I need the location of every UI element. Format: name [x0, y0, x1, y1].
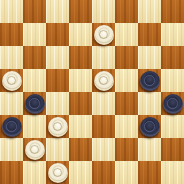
black-man[interactable] [140, 117, 160, 137]
square-r0c0 [0, 0, 23, 23]
square-r5c2[interactable] [46, 115, 69, 138]
white-man[interactable] [48, 117, 68, 137]
white-man[interactable] [25, 140, 45, 160]
square-r7c6[interactable] [138, 161, 161, 184]
square-r1c2[interactable] [46, 23, 69, 46]
square-r2c0 [0, 46, 23, 69]
square-r0c3[interactable] [69, 0, 92, 23]
square-r5c3 [69, 115, 92, 138]
square-r4c6 [138, 92, 161, 115]
square-r6c7[interactable] [161, 138, 184, 161]
square-r1c3 [69, 23, 92, 46]
square-r3c1 [23, 69, 46, 92]
square-r3c3 [69, 69, 92, 92]
square-r7c4[interactable] [92, 161, 115, 184]
square-r3c0[interactable] [0, 69, 23, 92]
square-r5c1 [23, 115, 46, 138]
square-r0c7[interactable] [161, 0, 184, 23]
square-r6c0 [0, 138, 23, 161]
square-r6c4 [92, 138, 115, 161]
square-r4c7[interactable] [161, 92, 184, 115]
white-man[interactable] [48, 163, 68, 183]
square-r5c0[interactable] [0, 115, 23, 138]
square-r4c1[interactable] [23, 92, 46, 115]
square-r6c1[interactable] [23, 138, 46, 161]
white-man[interactable] [94, 71, 114, 91]
square-r2c6 [138, 46, 161, 69]
square-r2c7[interactable] [161, 46, 184, 69]
square-r3c5 [115, 69, 138, 92]
black-man[interactable] [25, 94, 45, 114]
square-r2c3[interactable] [69, 46, 92, 69]
square-r5c4[interactable] [92, 115, 115, 138]
black-man[interactable] [163, 94, 183, 114]
square-r0c1[interactable] [23, 0, 46, 23]
square-r7c0[interactable] [0, 161, 23, 184]
square-r1c1 [23, 23, 46, 46]
square-r2c4 [92, 46, 115, 69]
square-r0c5[interactable] [115, 0, 138, 23]
square-r2c2 [46, 46, 69, 69]
square-r1c5 [115, 23, 138, 46]
square-r6c3[interactable] [69, 138, 92, 161]
square-r0c2 [46, 0, 69, 23]
square-r6c6 [138, 138, 161, 161]
black-man[interactable] [140, 71, 160, 91]
square-r3c7 [161, 69, 184, 92]
square-r7c7 [161, 161, 184, 184]
square-r4c3[interactable] [69, 92, 92, 115]
square-r7c2[interactable] [46, 161, 69, 184]
square-r3c4[interactable] [92, 69, 115, 92]
black-man[interactable] [2, 117, 22, 137]
square-r3c6[interactable] [138, 69, 161, 92]
square-r5c6[interactable] [138, 115, 161, 138]
square-r7c5 [115, 161, 138, 184]
square-r0c4 [92, 0, 115, 23]
square-r1c0[interactable] [0, 23, 23, 46]
square-r5c7 [161, 115, 184, 138]
square-r0c6 [138, 0, 161, 23]
square-r6c2 [46, 138, 69, 161]
square-r3c2[interactable] [46, 69, 69, 92]
square-r6c5[interactable] [115, 138, 138, 161]
square-r5c5 [115, 115, 138, 138]
square-r1c4[interactable] [92, 23, 115, 46]
white-man[interactable] [2, 71, 22, 91]
square-r2c5[interactable] [115, 46, 138, 69]
checkers-board [0, 0, 184, 184]
square-r7c1 [23, 161, 46, 184]
white-man[interactable] [94, 25, 114, 45]
square-r1c7 [161, 23, 184, 46]
square-r4c4 [92, 92, 115, 115]
square-r1c6[interactable] [138, 23, 161, 46]
square-r4c0 [0, 92, 23, 115]
square-r4c2 [46, 92, 69, 115]
square-r2c1[interactable] [23, 46, 46, 69]
square-r4c5[interactable] [115, 92, 138, 115]
square-r7c3 [69, 161, 92, 184]
